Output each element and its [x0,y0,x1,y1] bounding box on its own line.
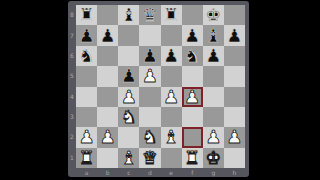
file-label-e: e [161,168,182,177]
square-a6[interactable]: ♞ [76,46,97,66]
piece-white-pawn: ♟ [100,128,116,146]
square-h5[interactable] [224,66,245,86]
piece-black-pawn: ♟ [163,47,179,65]
square-d4[interactable] [139,87,160,107]
square-c7[interactable] [118,25,139,45]
square-h8[interactable] [224,5,245,25]
square-c3[interactable]: ♞ [118,107,139,127]
square-c4[interactable]: ♟ [118,87,139,107]
square-g5[interactable] [203,66,224,86]
square-g3[interactable] [203,107,224,127]
square-d1[interactable]: ♛ [139,148,160,168]
rank-label-4: 4 [68,87,76,107]
piece-white-rook: ♜ [78,149,94,167]
square-e3[interactable] [161,107,182,127]
piece-black-pawn: ♟ [205,47,221,65]
file-label-h: h [224,168,245,177]
piece-black-rook: ♜ [78,6,94,24]
file-label-a: a [76,168,97,177]
square-e1[interactable] [161,148,182,168]
square-f5[interactable] [182,66,203,86]
square-h1[interactable] [224,148,245,168]
piece-white-pawn: ♟ [205,128,221,146]
rank-label-8: 8 [68,5,76,25]
rank-labels: 87654321 [68,5,76,168]
square-f4[interactable]: ♟ [182,87,203,107]
board-grid: ♜♝♛♜♚♟♟♟♝♟♞♟♟♞♟♟♟♟♟♟♞♟♟♞♝♟♟♜♝♛♜♚ [76,5,245,168]
piece-white-pawn: ♟ [121,88,137,106]
square-f1[interactable]: ♜ [182,148,203,168]
square-h2[interactable]: ♟ [224,127,245,147]
square-a3[interactable] [76,107,97,127]
square-d2[interactable]: ♞ [139,127,160,147]
square-a7[interactable]: ♟ [76,25,97,45]
square-g7[interactable]: ♝ [203,25,224,45]
piece-black-bishop: ♝ [205,27,221,45]
square-b5[interactable] [97,66,118,86]
piece-black-pawn: ♟ [121,67,137,85]
square-g8[interactable]: ♚ [203,5,224,25]
square-f7[interactable]: ♟ [182,25,203,45]
square-c2[interactable] [118,127,139,147]
square-g2[interactable]: ♟ [203,127,224,147]
square-g6[interactable]: ♟ [203,46,224,66]
square-h6[interactable] [224,46,245,66]
rank-label-2: 2 [68,127,76,147]
piece-white-queen: ♛ [142,149,158,167]
square-e4[interactable]: ♟ [161,87,182,107]
piece-black-king: ♚ [205,6,221,24]
square-b4[interactable] [97,87,118,107]
square-c5[interactable]: ♟ [118,66,139,86]
square-e2[interactable]: ♝ [161,127,182,147]
square-g1[interactable]: ♚ [203,148,224,168]
square-c8[interactable]: ♝ [118,5,139,25]
square-f2[interactable] [182,127,203,147]
piece-white-pawn: ♟ [78,128,94,146]
piece-black-pawn: ♟ [184,27,200,45]
square-c6[interactable] [118,46,139,66]
square-b1[interactable] [97,148,118,168]
square-c1[interactable]: ♝ [118,148,139,168]
file-label-g: g [203,168,224,177]
piece-black-knight: ♞ [78,47,94,65]
file-label-b: b [97,168,118,177]
square-a4[interactable] [76,87,97,107]
square-e5[interactable] [161,66,182,86]
rank-label-6: 6 [68,46,76,66]
square-f8[interactable] [182,5,203,25]
square-a1[interactable]: ♜ [76,148,97,168]
square-d3[interactable] [139,107,160,127]
square-d5[interactable]: ♟ [139,66,160,86]
piece-black-pawn: ♟ [142,47,158,65]
file-label-d: d [139,168,160,177]
screenshot-canvas: 87654321 abcdefgh ♜♝♛♜♚♟♟♟♝♟♞♟♟♞♟♟♟♟♟♟♞♟… [0,0,320,180]
piece-black-queen: ♛ [142,6,158,24]
piece-white-rook: ♜ [184,149,200,167]
piece-black-bishop: ♝ [121,6,137,24]
square-d7[interactable] [139,25,160,45]
square-f3[interactable] [182,107,203,127]
square-b6[interactable] [97,46,118,66]
file-label-f: f [182,168,203,177]
piece-white-pawn: ♟ [184,88,200,106]
piece-white-pawn: ♟ [142,67,158,85]
square-e7[interactable] [161,25,182,45]
square-b2[interactable]: ♟ [97,127,118,147]
piece-white-pawn: ♟ [163,88,179,106]
rank-label-5: 5 [68,66,76,86]
piece-black-pawn: ♟ [226,27,242,45]
chess-board: 87654321 abcdefgh ♜♝♛♜♚♟♟♟♝♟♞♟♟♞♟♟♟♟♟♟♞♟… [68,1,249,177]
square-d8[interactable]: ♛ [139,5,160,25]
square-g4[interactable] [203,87,224,107]
piece-black-knight: ♞ [184,47,200,65]
piece-black-pawn: ♟ [78,27,94,45]
square-b3[interactable] [97,107,118,127]
square-h7[interactable]: ♟ [224,25,245,45]
square-e8[interactable]: ♜ [161,5,182,25]
square-d6[interactable]: ♟ [139,46,160,66]
file-labels: abcdefgh [76,168,245,177]
square-a2[interactable]: ♟ [76,127,97,147]
rank-label-3: 3 [68,107,76,127]
square-b7[interactable]: ♟ [97,25,118,45]
square-h3[interactable] [224,107,245,127]
rank-label-1: 1 [68,148,76,168]
square-e6[interactable]: ♟ [161,46,182,66]
piece-white-bishop: ♝ [163,128,179,146]
piece-white-knight: ♞ [142,128,158,146]
piece-white-pawn: ♟ [226,128,242,146]
square-b8[interactable] [97,5,118,25]
piece-black-pawn: ♟ [100,27,116,45]
square-h4[interactable] [224,87,245,107]
piece-black-rook: ♜ [163,6,179,24]
piece-white-knight: ♞ [121,108,137,126]
square-a8[interactable]: ♜ [76,5,97,25]
square-f6[interactable]: ♞ [182,46,203,66]
piece-white-bishop: ♝ [121,149,137,167]
file-label-c: c [118,168,139,177]
piece-white-king: ♚ [205,149,221,167]
rank-label-7: 7 [68,25,76,45]
square-a5[interactable] [76,66,97,86]
